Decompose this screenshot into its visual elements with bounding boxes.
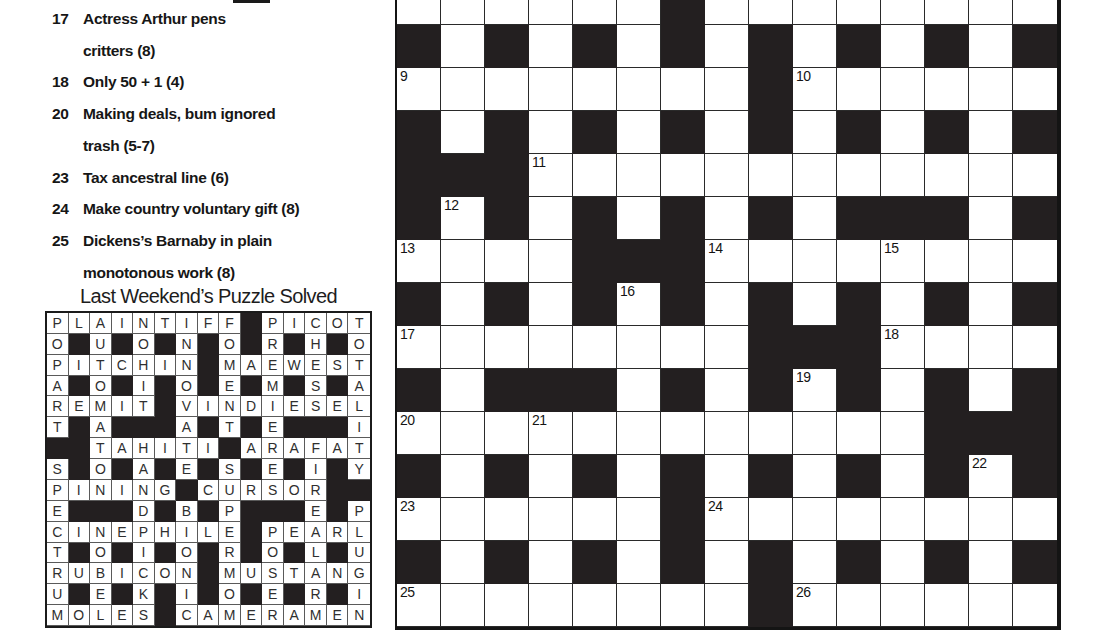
grid-cell-black: [837, 283, 881, 326]
grid-cell-white: T: [176, 438, 198, 459]
grid-cell-black: [485, 154, 529, 197]
clue-text: trash (5-7): [83, 137, 155, 155]
grid-cell-white: [969, 326, 1013, 369]
grid-cell-black: [327, 480, 349, 501]
grid-cell-black: [284, 543, 306, 564]
grid-cell-white: A: [284, 438, 306, 459]
grid-cell-white: [837, 240, 881, 283]
cell-letter: O: [159, 565, 170, 581]
cell-letter: I: [206, 398, 210, 414]
grid-cell-white: [969, 240, 1013, 283]
grid-cell-white: M: [262, 376, 284, 397]
cell-letter: R: [332, 524, 342, 540]
grid-cell-white: I: [112, 480, 134, 501]
grid-cell-black: [198, 459, 220, 480]
grid-cell-white: 20: [397, 412, 441, 455]
grid-cell-white: 25: [397, 584, 441, 627]
grid-cell-white: O: [219, 334, 241, 355]
grid-cell-white: T: [348, 313, 370, 334]
cell-letter: L: [312, 544, 320, 560]
grid-cell-white: S: [305, 376, 327, 397]
grid-cell-white: [661, 584, 705, 627]
grid-cell-black: [241, 313, 263, 334]
grid-cell-white: F: [305, 438, 327, 459]
cell-letter: R: [311, 482, 321, 498]
grid-cell-white: [529, 326, 573, 369]
grid-cell-black: [241, 459, 263, 480]
clue-number: 17: [52, 10, 83, 28]
grid-cell-white: [705, 154, 749, 197]
cell-letter: S: [311, 398, 320, 414]
grid-cell-white: E: [305, 501, 327, 522]
cell-letter: T: [96, 440, 105, 456]
grid-cell-white: T: [47, 417, 69, 438]
grid-cell-white: [837, 412, 881, 455]
cell-letter: A: [289, 440, 298, 456]
grid-cell-white: [617, 111, 661, 154]
grid-cell-white: A: [90, 417, 112, 438]
grid-cell-black: [837, 25, 881, 68]
grid-cell-white: 19: [793, 369, 837, 412]
grid-cell-black: [284, 501, 306, 522]
grid-cell-black: [749, 455, 793, 498]
grid-cell-white: I: [284, 313, 306, 334]
cell-letter: S: [333, 357, 342, 373]
cell-letter: K: [139, 586, 148, 602]
grid-cell-black: [284, 459, 306, 480]
cell-letter: F: [225, 315, 234, 331]
grid-cell-white: [441, 240, 485, 283]
cell-letter: I: [120, 315, 124, 331]
grid-cell-white: [969, 283, 1013, 326]
clue-line: trash (5-7): [52, 130, 299, 162]
grid-cell-white: [705, 283, 749, 326]
cell-letter: N: [181, 357, 191, 373]
cell-letter: R: [268, 336, 278, 352]
grid-cell-black: [661, 541, 705, 584]
cell-number: 24: [708, 499, 723, 514]
grid-cell-white: I: [176, 522, 198, 543]
cell-letter: A: [96, 419, 105, 435]
grid-cell-white: H: [155, 522, 177, 543]
grid-cell-white: [529, 584, 573, 627]
grid-cell-white: G: [155, 480, 177, 501]
puzzle-grid: 91011121314151617181920212223242526: [395, 0, 1061, 630]
grid-cell-black: [155, 417, 177, 438]
grid-cell-black: [1013, 541, 1057, 584]
cell-letter: L: [204, 524, 212, 540]
cell-letter: F: [204, 315, 213, 331]
clue-text: critters (8): [83, 42, 155, 60]
grid-cell-white: B: [176, 501, 198, 522]
grid-cell-black: [837, 369, 881, 412]
grid-cell-black: [327, 501, 349, 522]
grid-cell-white: [793, 412, 837, 455]
grid-cell-white: [529, 25, 573, 68]
grid-cell-white: [881, 283, 925, 326]
grid-cell-white: [485, 326, 529, 369]
grid-cell-white: Y: [348, 459, 370, 480]
grid-cell-white: C: [198, 480, 220, 501]
grid-cell-black: [155, 459, 177, 480]
cell-letter: P: [268, 315, 277, 331]
grid-cell-white: 16: [617, 283, 661, 326]
grid-cell-black: [327, 376, 349, 397]
grid-cell-white: N: [133, 480, 155, 501]
grid-cell-white: [793, 240, 837, 283]
grid-cell-white: R: [241, 480, 263, 501]
cell-letter: T: [182, 440, 191, 456]
cell-letter: C: [181, 607, 191, 623]
grid-cell-white: [1013, 498, 1057, 541]
grid-cell-white: E: [219, 522, 241, 543]
grid-cell-black: [241, 376, 263, 397]
grid-cell-white: [441, 455, 485, 498]
cell-letter: I: [292, 315, 296, 331]
grid-cell-white: [573, 326, 617, 369]
grid-cell-white: [925, 68, 969, 111]
grid-cell-black: [397, 197, 441, 240]
cell-letter: T: [290, 565, 299, 581]
clue-number: 18: [52, 73, 83, 91]
grid-cell-white: H: [305, 334, 327, 355]
grid-cell-white: T: [155, 313, 177, 334]
grid-cell-white: A: [327, 438, 349, 459]
grid-cell-white: 13: [397, 240, 441, 283]
cell-letter: T: [53, 544, 62, 560]
cell-letter: E: [289, 524, 298, 540]
grid-cell-white: A: [284, 605, 306, 626]
grid-cell-white: [441, 369, 485, 412]
cell-letter: P: [225, 503, 234, 519]
grid-cell-white: [661, 326, 705, 369]
cell-letter: B: [96, 565, 105, 581]
grid-cell-white: R: [47, 396, 69, 417]
grid-cell-black: [529, 369, 573, 412]
grid-cell-white: [397, 0, 441, 25]
grid-cell-white: R: [305, 480, 327, 501]
grid-cell-white: [529, 240, 573, 283]
grid-cell-white: [793, 498, 837, 541]
grid-cell-white: [881, 68, 925, 111]
clue-line: 20Making deals, bum ignored: [52, 98, 299, 130]
grid-cell-black: [397, 455, 441, 498]
grid-cell-white: [705, 541, 749, 584]
grid-cell-white: O: [219, 584, 241, 605]
clue-line: 25Dickens’s Barnaby in plain: [52, 225, 299, 257]
grid-cell-white: [705, 369, 749, 412]
grid-cell-black: [327, 459, 349, 480]
grid-cell-black: [198, 355, 220, 376]
cell-letter: E: [225, 524, 234, 540]
grid-cell-white: [969, 498, 1013, 541]
cell-letter: R: [52, 398, 62, 414]
cell-number: 21: [532, 413, 547, 428]
grid-cell-white: M: [47, 605, 69, 626]
clue-number: 24: [52, 200, 83, 218]
grid-cell-white: A: [305, 522, 327, 543]
grid-cell-black: [1013, 283, 1057, 326]
grid-cell-white: T: [133, 396, 155, 417]
grid-cell-white: [573, 498, 617, 541]
cell-letter: M: [224, 565, 236, 581]
grid-cell-white: [529, 283, 573, 326]
grid-cell-black: [485, 197, 529, 240]
grid-cell-white: [705, 25, 749, 68]
cell-letter: O: [267, 544, 278, 560]
grid-cell-white: 15: [881, 240, 925, 283]
cell-letter: A: [117, 440, 126, 456]
grid-cell-white: I: [198, 438, 220, 459]
grid-cell-black: [327, 417, 349, 438]
grid-cell-black: [925, 25, 969, 68]
cell-letter: I: [357, 419, 361, 435]
cell-letter: I: [271, 398, 275, 414]
cell-letter: U: [74, 565, 84, 581]
grid-cell-white: L: [348, 522, 370, 543]
grid-cell-white: [925, 0, 969, 25]
cell-letter: N: [138, 482, 148, 498]
cell-letter: U: [246, 565, 256, 581]
cell-letter: A: [333, 440, 342, 456]
grid-cell-black: [176, 480, 198, 501]
cell-letter: E: [333, 398, 342, 414]
grid-cell-white: [881, 412, 925, 455]
grid-cell-black: [69, 459, 91, 480]
grid-cell-black: [69, 543, 91, 564]
clue-number: 23: [52, 169, 83, 187]
cell-letter: O: [354, 336, 365, 352]
cell-letter: U: [52, 586, 62, 602]
grid-cell-white: [485, 0, 529, 25]
cell-letter: I: [185, 524, 189, 540]
grid-cell-white: N: [348, 605, 370, 626]
grid-cell-white: [749, 412, 793, 455]
cell-letter: N: [95, 482, 105, 498]
grid-cell-white: [705, 584, 749, 627]
cell-number: 23: [400, 499, 415, 514]
cell-letter: M: [224, 357, 236, 373]
grid-cell-black: [133, 417, 155, 438]
grid-cell-white: [969, 541, 1013, 584]
cell-letter: N: [181, 565, 191, 581]
cell-letter: I: [77, 482, 81, 498]
grid-cell-white: A: [241, 355, 263, 376]
grid-cell-white: [881, 455, 925, 498]
grid-cell-white: E: [241, 605, 263, 626]
grid-cell-black: [284, 417, 306, 438]
cell-letter: E: [311, 503, 320, 519]
grid-cell-white: [661, 68, 705, 111]
grid-cell-white: [617, 584, 661, 627]
grid-cell-white: T: [47, 543, 69, 564]
grid-cell-black: [573, 25, 617, 68]
grid-cell-white: A: [112, 438, 134, 459]
grid-cell-white: [441, 498, 485, 541]
grid-cell-white: O: [90, 543, 112, 564]
grid-cell-white: E: [262, 459, 284, 480]
cell-letter: Y: [355, 461, 364, 477]
cell-letter: P: [139, 524, 148, 540]
cell-letter: R: [52, 565, 62, 581]
cell-number: 9: [400, 69, 407, 84]
cell-letter: I: [120, 398, 124, 414]
cell-letter: N: [138, 315, 148, 331]
cell-letter: I: [185, 586, 189, 602]
grid-cell-white: [705, 0, 749, 25]
grid-cell-black: [925, 541, 969, 584]
cell-letter: T: [139, 398, 148, 414]
grid-cell-white: [573, 412, 617, 455]
grid-cell-black: [573, 240, 617, 283]
grid-cell-white: E: [284, 522, 306, 543]
grid-cell-white: [617, 369, 661, 412]
grid-cell-black: [198, 584, 220, 605]
cell-letter: S: [311, 378, 320, 394]
grid-cell-black: [69, 438, 91, 459]
grid-cell-black: [397, 154, 441, 197]
grid-cell-black: [925, 197, 969, 240]
grid-cell-white: [925, 240, 969, 283]
grid-cell-black: [397, 283, 441, 326]
cell-letter: T: [355, 357, 364, 373]
grid-cell-white: [881, 154, 925, 197]
cell-letter: I: [357, 586, 361, 602]
cell-letter: O: [95, 461, 106, 477]
cell-letter: H: [311, 336, 321, 352]
grid-cell-white: N: [219, 396, 241, 417]
grid-cell-black: [925, 111, 969, 154]
grid-cell-black: [573, 197, 617, 240]
grid-cell-white: P: [133, 522, 155, 543]
cell-letter: I: [314, 461, 318, 477]
grid-cell-white: U: [348, 543, 370, 564]
grid-cell-white: I: [198, 396, 220, 417]
grid-cell-white: [1013, 68, 1057, 111]
cell-letter: R: [268, 607, 278, 623]
grid-cell-black: [749, 68, 793, 111]
grid-cell-white: [881, 25, 925, 68]
cell-letter: P: [355, 503, 364, 519]
grid-cell-white: T: [348, 438, 370, 459]
grid-cell-white: [661, 412, 705, 455]
grid-cell-white: [529, 111, 573, 154]
grid-cell-black: [925, 283, 969, 326]
grid-cell-white: [969, 25, 1013, 68]
cell-letter: I: [120, 482, 124, 498]
grid-cell-black: [69, 376, 91, 397]
grid-cell-white: E: [69, 396, 91, 417]
grid-cell-black: [155, 605, 177, 626]
grid-cell-white: W: [284, 355, 306, 376]
grid-cell-white: [925, 326, 969, 369]
grid-cell-black: [661, 498, 705, 541]
cell-letter: I: [120, 565, 124, 581]
grid-cell-white: E: [327, 605, 349, 626]
cell-letter: P: [53, 482, 62, 498]
grid-cell-white: P: [47, 313, 69, 334]
grid-cell-white: A: [90, 313, 112, 334]
grid-cell-black: [112, 334, 134, 355]
grid-cell-black: [47, 438, 69, 459]
grid-cell-white: 24: [705, 498, 749, 541]
grid-cell-white: [837, 154, 881, 197]
grid-cell-black: [881, 197, 925, 240]
grid-cell-white: 12: [441, 197, 485, 240]
grid-cell-white: U: [69, 563, 91, 584]
grid-cell-black: [305, 417, 327, 438]
grid-cell-white: A: [348, 376, 370, 397]
clue-text: Make country voluntary gift (8): [83, 200, 299, 218]
grid-cell-white: A: [133, 459, 155, 480]
grid-cell-white: E: [176, 459, 198, 480]
grid-cell-black: [112, 459, 134, 480]
grid-cell-black: [617, 240, 661, 283]
grid-cell-black: [241, 584, 263, 605]
cell-letter: E: [117, 607, 126, 623]
cell-number: 20: [400, 413, 415, 428]
grid-cell-white: I: [112, 313, 134, 334]
cell-letter: E: [117, 524, 126, 540]
grid-cell-black: [69, 334, 91, 355]
cell-letter: U: [95, 336, 105, 352]
cell-letter: O: [52, 336, 63, 352]
grid-cell-black: [112, 501, 134, 522]
cell-letter: E: [289, 398, 298, 414]
grid-cell-white: T: [219, 417, 241, 438]
cell-letter: R: [311, 586, 321, 602]
grid-cell-white: [529, 498, 573, 541]
grid-cell-white: [793, 455, 837, 498]
clue-text: Dickens’s Barnaby in plain: [83, 232, 272, 250]
grid-cell-white: [617, 412, 661, 455]
grid-cell-white: [617, 498, 661, 541]
grid-cell-black: [348, 480, 370, 501]
grid-cell-white: [441, 111, 485, 154]
grid-cell-white: [837, 68, 881, 111]
cell-letter: T: [161, 315, 170, 331]
cell-letter: B: [182, 503, 191, 519]
grid-cell-white: I: [133, 543, 155, 564]
grid-cell-white: [969, 584, 1013, 627]
grid-cell-white: F: [198, 313, 220, 334]
grid-cell-black: [397, 25, 441, 68]
grid-cell-white: E: [262, 417, 284, 438]
cell-letter: I: [141, 544, 145, 560]
cell-letter: C: [138, 565, 148, 581]
grid-cell-white: [881, 111, 925, 154]
grid-cell-white: [881, 369, 925, 412]
cell-letter: O: [181, 378, 192, 394]
cell-letter: I: [163, 357, 167, 373]
grid-cell-white: 17: [397, 326, 441, 369]
grid-cell-black: [441, 154, 485, 197]
cell-number: 19: [796, 370, 811, 385]
grid-cell-black: [485, 541, 529, 584]
grid-cell-white: O: [155, 563, 177, 584]
grid-cell-white: 26: [793, 584, 837, 627]
grid-cell-black: [925, 455, 969, 498]
grid-cell-white: [441, 412, 485, 455]
cell-letter: C: [117, 357, 127, 373]
grid-cell-white: L: [305, 543, 327, 564]
grid-cell-white: 18: [881, 326, 925, 369]
cell-letter: H: [160, 524, 170, 540]
grid-cell-white: U: [219, 480, 241, 501]
grid-cell-black: [327, 543, 349, 564]
grid-cell-white: [793, 283, 837, 326]
cell-letter: E: [268, 419, 277, 435]
